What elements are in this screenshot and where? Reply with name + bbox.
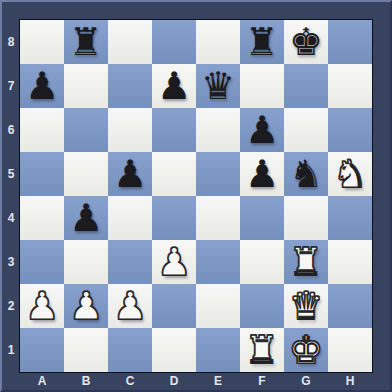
square-h6[interactable] bbox=[328, 108, 372, 152]
square-c1[interactable] bbox=[108, 328, 152, 372]
white-rook-g3[interactable]: ♜ bbox=[289, 240, 323, 284]
square-d3[interactable]: ♟ bbox=[152, 240, 196, 284]
rank-label-1: 1 bbox=[2, 328, 20, 372]
file-label-d: D bbox=[152, 372, 196, 390]
file-label-e: E bbox=[196, 372, 240, 390]
square-h3[interactable] bbox=[328, 240, 372, 284]
square-a3[interactable] bbox=[20, 240, 64, 284]
square-h5[interactable]: ♞ bbox=[328, 152, 372, 196]
square-f5[interactable]: ♟ bbox=[240, 152, 284, 196]
black-king-g8[interactable]: ♚ bbox=[289, 20, 323, 64]
square-g4[interactable] bbox=[284, 196, 328, 240]
file-labels: ABCDEFGH bbox=[20, 372, 372, 390]
square-a1[interactable] bbox=[20, 328, 64, 372]
square-a5[interactable] bbox=[20, 152, 64, 196]
file-label-h: H bbox=[328, 372, 372, 390]
white-rook-f1[interactable]: ♜ bbox=[245, 328, 279, 372]
white-knight-h5[interactable]: ♞ bbox=[333, 152, 367, 196]
square-b5[interactable] bbox=[64, 152, 108, 196]
square-e6[interactable] bbox=[196, 108, 240, 152]
white-pawn-d3[interactable]: ♟ bbox=[157, 240, 191, 284]
white-pawn-c2[interactable]: ♟ bbox=[113, 284, 147, 328]
square-d7[interactable]: ♟ bbox=[152, 64, 196, 108]
square-c6[interactable] bbox=[108, 108, 152, 152]
square-b8[interactable]: ♜ bbox=[64, 20, 108, 64]
file-label-c: C bbox=[108, 372, 152, 390]
rank-label-3: 3 bbox=[2, 240, 20, 284]
white-king-g1[interactable]: ♚ bbox=[289, 328, 323, 372]
square-a2[interactable]: ♟ bbox=[20, 284, 64, 328]
square-g6[interactable] bbox=[284, 108, 328, 152]
square-c2[interactable]: ♟ bbox=[108, 284, 152, 328]
square-h7[interactable] bbox=[328, 64, 372, 108]
square-c5[interactable]: ♟ bbox=[108, 152, 152, 196]
rank-label-2: 2 bbox=[2, 284, 20, 328]
black-queen-e7[interactable]: ♛ bbox=[201, 64, 235, 108]
square-b3[interactable] bbox=[64, 240, 108, 284]
rank-labels: 87654321 bbox=[2, 20, 20, 372]
square-c7[interactable] bbox=[108, 64, 152, 108]
square-g8[interactable]: ♚ bbox=[284, 20, 328, 64]
square-e8[interactable] bbox=[196, 20, 240, 64]
file-label-g: G bbox=[284, 372, 328, 390]
white-pawn-a2[interactable]: ♟ bbox=[25, 284, 59, 328]
square-d6[interactable] bbox=[152, 108, 196, 152]
square-h1[interactable] bbox=[328, 328, 372, 372]
square-d8[interactable] bbox=[152, 20, 196, 64]
black-pawn-f6[interactable]: ♟ bbox=[245, 108, 279, 152]
square-b7[interactable] bbox=[64, 64, 108, 108]
file-label-f: F bbox=[240, 372, 284, 390]
square-f4[interactable] bbox=[240, 196, 284, 240]
square-a7[interactable]: ♟ bbox=[20, 64, 64, 108]
file-label-b: B bbox=[64, 372, 108, 390]
rank-label-8: 8 bbox=[2, 20, 20, 64]
square-b4[interactable]: ♟ bbox=[64, 196, 108, 240]
chess-board-frame: 87654321 ♜♜♚♟♟♛♟♟♟♞♞♟♟♜♟♟♟♛♜♚ ABCDEFGH bbox=[0, 0, 392, 392]
square-e7[interactable]: ♛ bbox=[196, 64, 240, 108]
black-pawn-a7[interactable]: ♟ bbox=[25, 64, 59, 108]
chess-board: ♜♜♚♟♟♛♟♟♟♞♞♟♟♜♟♟♟♛♜♚ bbox=[20, 20, 372, 372]
square-a4[interactable] bbox=[20, 196, 64, 240]
square-e4[interactable] bbox=[196, 196, 240, 240]
black-pawn-f5[interactable]: ♟ bbox=[245, 152, 279, 196]
rank-label-6: 6 bbox=[2, 108, 20, 152]
square-b6[interactable] bbox=[64, 108, 108, 152]
square-h2[interactable] bbox=[328, 284, 372, 328]
square-g3[interactable]: ♜ bbox=[284, 240, 328, 284]
rank-label-7: 7 bbox=[2, 64, 20, 108]
rank-label-4: 4 bbox=[2, 196, 20, 240]
black-pawn-b4[interactable]: ♟ bbox=[69, 196, 103, 240]
square-e3[interactable] bbox=[196, 240, 240, 284]
square-f6[interactable]: ♟ bbox=[240, 108, 284, 152]
black-pawn-c5[interactable]: ♟ bbox=[113, 152, 147, 196]
black-knight-g5[interactable]: ♞ bbox=[289, 152, 323, 196]
square-b2[interactable]: ♟ bbox=[64, 284, 108, 328]
file-label-a: A bbox=[20, 372, 64, 390]
black-rook-b8[interactable]: ♜ bbox=[69, 20, 103, 64]
rank-label-5: 5 bbox=[2, 152, 20, 196]
square-a6[interactable] bbox=[20, 108, 64, 152]
square-f1[interactable]: ♜ bbox=[240, 328, 284, 372]
square-a8[interactable] bbox=[20, 20, 64, 64]
square-d4[interactable] bbox=[152, 196, 196, 240]
square-f7[interactable] bbox=[240, 64, 284, 108]
square-h4[interactable] bbox=[328, 196, 372, 240]
square-f8[interactable]: ♜ bbox=[240, 20, 284, 64]
square-c3[interactable] bbox=[108, 240, 152, 284]
black-rook-f8[interactable]: ♜ bbox=[245, 20, 279, 64]
square-e2[interactable] bbox=[196, 284, 240, 328]
square-f2[interactable] bbox=[240, 284, 284, 328]
square-e1[interactable] bbox=[196, 328, 240, 372]
square-b1[interactable] bbox=[64, 328, 108, 372]
black-pawn-d7[interactable]: ♟ bbox=[157, 64, 191, 108]
square-g2[interactable]: ♛ bbox=[284, 284, 328, 328]
square-d1[interactable] bbox=[152, 328, 196, 372]
white-queen-g2[interactable]: ♛ bbox=[289, 284, 323, 328]
square-g7[interactable] bbox=[284, 64, 328, 108]
square-g1[interactable]: ♚ bbox=[284, 328, 328, 372]
square-f3[interactable] bbox=[240, 240, 284, 284]
square-g5[interactable]: ♞ bbox=[284, 152, 328, 196]
square-c8[interactable] bbox=[108, 20, 152, 64]
square-d5[interactable] bbox=[152, 152, 196, 196]
square-d2[interactable] bbox=[152, 284, 196, 328]
white-pawn-b2[interactable]: ♟ bbox=[69, 284, 103, 328]
square-c4[interactable] bbox=[108, 196, 152, 240]
square-h8[interactable] bbox=[328, 20, 372, 64]
square-e5[interactable] bbox=[196, 152, 240, 196]
